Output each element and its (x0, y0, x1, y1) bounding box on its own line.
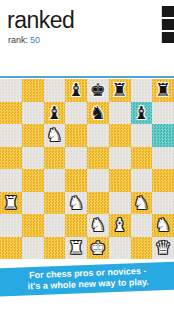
square-b7[interactable] (22, 102, 44, 125)
square-e7[interactable]: ♞ (87, 102, 109, 125)
square-a3[interactable]: ♜ (0, 192, 22, 215)
square-e4[interactable] (87, 169, 109, 192)
page-title: ranked (7, 7, 74, 34)
square-g2[interactable] (131, 214, 153, 237)
piece-black-bishop: ♝ (133, 104, 149, 122)
square-e3[interactable] (87, 192, 109, 215)
piece-white-knight: ♞ (46, 126, 62, 144)
square-e8[interactable]: ♚ (87, 79, 109, 102)
rank-value: 50 (30, 35, 40, 45)
square-d1[interactable]: ♜ (65, 237, 87, 260)
piece-black-rook: ♜ (155, 81, 171, 99)
chess-board: ♝♚♜♜♝♞♝♞♜♞♞♞♝♞♜♚♛ (0, 79, 174, 259)
piece-white-rook: ♜ (3, 194, 19, 212)
square-f2[interactable]: ♝ (109, 214, 131, 237)
piece-white-knight: ♞ (133, 194, 149, 212)
square-a7[interactable] (0, 102, 22, 125)
piece-black-knight: ♞ (90, 104, 106, 122)
square-f3[interactable] (109, 192, 131, 215)
square-f7[interactable] (109, 102, 131, 125)
piece-white-bishop: ♝ (112, 216, 128, 234)
square-d7[interactable] (65, 102, 87, 125)
square-h4[interactable] (152, 169, 174, 192)
square-d6[interactable] (65, 124, 87, 147)
square-d3[interactable]: ♞ (65, 192, 87, 215)
square-h8[interactable]: ♜ (152, 79, 174, 102)
square-f6[interactable] (109, 124, 131, 147)
square-g5[interactable] (131, 147, 153, 170)
square-g7[interactable]: ♝ (131, 102, 153, 125)
square-e6[interactable] (87, 124, 109, 147)
hamburger-menu-icon[interactable] (161, 6, 174, 45)
square-h6[interactable] (152, 124, 174, 147)
square-e2[interactable]: ♞ (87, 214, 109, 237)
rank-label: rank: (8, 35, 28, 45)
square-h1[interactable]: ♛ (152, 237, 174, 260)
piece-black-rook: ♜ (112, 81, 128, 99)
square-b8[interactable] (22, 79, 44, 102)
square-e5[interactable] (87, 147, 109, 170)
piece-white-knight: ♞ (90, 216, 106, 234)
square-b1[interactable] (22, 237, 44, 260)
hamburger-bar (161, 6, 174, 17)
square-f4[interactable] (109, 169, 131, 192)
square-b6[interactable] (22, 124, 44, 147)
hamburger-bar (161, 19, 174, 30)
square-b5[interactable] (22, 147, 44, 170)
square-c7[interactable]: ♝ (44, 102, 66, 125)
square-g1[interactable] (131, 237, 153, 260)
square-d2[interactable] (65, 214, 87, 237)
square-e1[interactable]: ♚ (87, 237, 109, 260)
piece-white-knight: ♞ (155, 216, 171, 234)
square-g8[interactable] (131, 79, 153, 102)
square-h2[interactable]: ♞ (152, 214, 174, 237)
square-c1[interactable] (44, 237, 66, 260)
piece-white-king: ♚ (90, 239, 106, 257)
square-g4[interactable] (131, 169, 153, 192)
square-g6[interactable] (131, 124, 153, 147)
square-c6[interactable]: ♞ (44, 124, 66, 147)
header-divider (0, 76, 174, 78)
square-h3[interactable] (152, 192, 174, 215)
square-f5[interactable] (109, 147, 131, 170)
square-d5[interactable] (65, 147, 87, 170)
square-a8[interactable] (0, 79, 22, 102)
square-b3[interactable] (22, 192, 44, 215)
square-f1[interactable] (109, 237, 131, 260)
square-d8[interactable]: ♝ (65, 79, 87, 102)
piece-white-knight: ♞ (68, 194, 84, 212)
piece-white-queen: ♛ (155, 239, 171, 257)
square-b4[interactable] (22, 169, 44, 192)
piece-white-rook: ♜ (68, 239, 84, 257)
piece-black-king: ♚ (90, 81, 106, 99)
square-c4[interactable] (44, 169, 66, 192)
square-a4[interactable] (0, 169, 22, 192)
square-f8[interactable]: ♜ (109, 79, 131, 102)
square-a5[interactable] (0, 147, 22, 170)
hamburger-bar (161, 32, 174, 43)
square-a1[interactable] (0, 237, 22, 260)
square-c8[interactable] (44, 79, 66, 102)
square-a2[interactable] (0, 214, 22, 237)
square-d4[interactable] (65, 169, 87, 192)
rank-line: rank:50 (8, 35, 40, 45)
square-c5[interactable] (44, 147, 66, 170)
square-c3[interactable] (44, 192, 66, 215)
square-c2[interactable] (44, 214, 66, 237)
square-h5[interactable] (152, 147, 174, 170)
promo-banner: For chess pros or novices - it's a whole… (0, 261, 174, 296)
square-a6[interactable] (0, 124, 22, 147)
piece-black-bishop: ♝ (46, 104, 62, 122)
square-b2[interactable] (22, 214, 44, 237)
piece-black-bishop: ♝ (68, 81, 84, 99)
square-h7[interactable] (152, 102, 174, 125)
app-screen: ranked rank:50 ♝♚♜♜♝♞♝♞♜♞♞♞♝♞♜♚♛ For che… (0, 0, 174, 310)
square-g3[interactable]: ♞ (131, 192, 153, 215)
